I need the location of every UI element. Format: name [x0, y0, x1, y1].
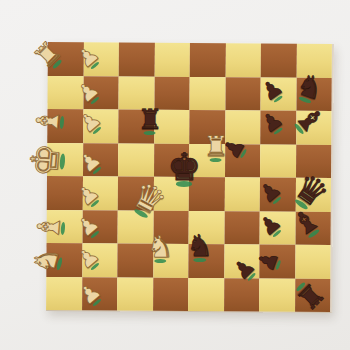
square-a2: [46, 243, 82, 277]
square-c2: [117, 243, 153, 277]
square-f4: [224, 177, 260, 211]
square-d4: [153, 177, 189, 211]
square-a1: [46, 276, 82, 310]
square-f7: [225, 77, 261, 111]
square-e2: [188, 244, 224, 278]
square-a7: [47, 76, 83, 110]
square-a3: [47, 210, 83, 244]
square-e6: [189, 110, 225, 144]
chess-board: [46, 42, 334, 313]
square-f8: [225, 43, 261, 77]
square-c6: [118, 109, 154, 143]
square-a5: [47, 143, 83, 177]
square-e8: [190, 43, 226, 77]
square-d8: [154, 43, 190, 77]
square-b2: [82, 243, 118, 277]
square-g7: [260, 77, 296, 111]
square-a6: [47, 109, 83, 143]
square-f3: [224, 211, 260, 245]
square-h4: [295, 178, 331, 212]
square-d1: [153, 277, 189, 311]
square-d7: [154, 76, 190, 110]
square-c8: [119, 43, 155, 77]
square-h5: [296, 144, 332, 178]
square-h7: [296, 77, 332, 111]
square-h2: [295, 245, 331, 279]
square-b8: [83, 42, 119, 76]
square-f1: [224, 278, 260, 312]
square-g4: [260, 177, 296, 211]
square-h1: [295, 278, 331, 312]
square-e7: [189, 76, 225, 110]
square-b4: [82, 176, 118, 210]
square-c5: [118, 143, 154, 177]
photo-background: ♜♟♟♟♞♝♟♜♟♝♚♟♜♟♟♛♚♟♛♝♟♟♝♞♟♞♞♟♟♟♜: [0, 0, 350, 350]
square-f6: [225, 110, 261, 144]
square-b3: [82, 210, 118, 244]
square-h8: [296, 44, 332, 78]
square-h6: [296, 111, 332, 145]
square-e3: [189, 210, 225, 244]
square-g5: [260, 144, 296, 178]
square-f5: [225, 144, 261, 178]
square-d2: [153, 244, 189, 278]
square-b5: [83, 143, 119, 177]
square-e4: [189, 177, 225, 211]
square-e1: [188, 277, 224, 311]
square-g2: [259, 244, 295, 278]
square-g6: [260, 110, 296, 144]
square-f2: [224, 244, 260, 278]
square-h3: [295, 211, 331, 245]
square-c4: [118, 176, 154, 210]
square-g8: [261, 43, 297, 77]
square-a8: [48, 42, 84, 76]
square-b1: [82, 277, 118, 311]
square-a4: [47, 176, 83, 210]
square-c7: [118, 76, 154, 110]
square-e5: [189, 143, 225, 177]
square-d5: [154, 143, 190, 177]
square-d6: [154, 110, 190, 144]
square-g3: [260, 211, 296, 245]
square-c1: [117, 277, 153, 311]
square-g1: [259, 278, 295, 312]
square-c3: [118, 210, 154, 244]
square-b7: [83, 76, 119, 110]
square-b6: [83, 109, 119, 143]
square-d3: [153, 210, 189, 244]
